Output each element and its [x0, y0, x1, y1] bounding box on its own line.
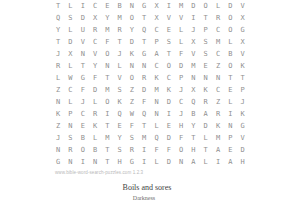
grid-cell: C	[77, 108, 89, 120]
grid-cell: N	[52, 144, 64, 156]
word-list-entry-boils-and-sores: Boils and sores	[0, 183, 294, 192]
grid-cell: S	[64, 12, 76, 24]
grid-cell: K	[113, 96, 125, 108]
grid-cell: I	[138, 156, 150, 168]
grid-cell: R	[89, 108, 101, 120]
grid-cell: A	[187, 156, 199, 168]
grid-cell: D	[224, 0, 236, 12]
grid-cell: E	[224, 144, 236, 156]
grid-cell: L	[64, 0, 76, 12]
grid-cell: V	[89, 48, 101, 60]
grid-cell: O	[126, 72, 138, 84]
grid-cell: F	[175, 48, 187, 60]
grid-cell: C	[212, 48, 224, 60]
grid-cell: K	[200, 84, 212, 96]
grid-cell: T	[52, 0, 64, 12]
grid-cell: K	[212, 120, 224, 132]
grid-cell: B	[89, 144, 101, 156]
grid-cell: K	[52, 108, 64, 120]
grid-cell: J	[236, 96, 248, 108]
grid-cell: I	[138, 144, 150, 156]
grid-cell: X	[89, 12, 101, 24]
grid-cell: H	[236, 156, 248, 168]
grid-cell: F	[175, 132, 187, 144]
grid-cell: D	[236, 144, 248, 156]
grid-cell: L	[224, 36, 236, 48]
grid-cell: Y	[101, 12, 113, 24]
grid-cell: W	[64, 72, 76, 84]
grid-cell: T	[200, 144, 212, 156]
grid-cell: L	[224, 96, 236, 108]
grid-cell: G	[138, 0, 150, 12]
grid-cell: P	[236, 84, 248, 96]
grid-cell: T	[163, 48, 175, 60]
grid-cell: Q	[150, 132, 162, 144]
grid-cell: I	[163, 0, 175, 12]
grid-cell: T	[113, 36, 125, 48]
grid-cell: S	[200, 36, 212, 48]
grid-cell: G	[77, 72, 89, 84]
grid-cell: R	[212, 108, 224, 120]
grid-cell: L	[150, 156, 162, 168]
grid-cell: N	[126, 0, 138, 12]
grid-cell: G	[236, 120, 248, 132]
grid-cell: Q	[52, 12, 64, 24]
grid-cell: V	[77, 36, 89, 48]
grid-cell: M	[101, 84, 113, 96]
grid-cell: O	[126, 12, 138, 24]
grid-cell: C	[89, 0, 101, 12]
grid-cell: O	[101, 48, 113, 60]
grid-cell: L	[89, 96, 101, 108]
grid-cell: P	[224, 132, 236, 144]
grid-cell: P	[150, 36, 162, 48]
grid-cell: K	[163, 84, 175, 96]
grid-cell: L	[175, 24, 187, 36]
grid-cell: O	[224, 12, 236, 24]
grid-cell: C	[89, 36, 101, 48]
grid-cell: V	[163, 12, 175, 24]
grid-cell: L	[52, 72, 64, 84]
grid-cell: D	[126, 36, 138, 48]
grid-cell: T	[187, 132, 199, 144]
grid-cell: T	[101, 156, 113, 168]
word-search-grid: TLICEBNGXIMDOLDVQSDXYMOTXVVITROXYLURMRYQ…	[52, 0, 249, 168]
grid-cell: E	[200, 60, 212, 72]
grid-cell: R	[212, 12, 224, 24]
grid-cell: G	[138, 48, 150, 60]
grid-cell: T	[138, 12, 150, 24]
grid-cell: R	[64, 144, 76, 156]
grid-cell: T	[138, 36, 150, 48]
grid-cell: M	[212, 36, 224, 48]
grid-cell: F	[77, 84, 89, 96]
grid-cell: M	[113, 12, 125, 24]
grid-cell: T	[101, 120, 113, 132]
grid-cell: X	[187, 84, 199, 96]
word-list-entry-darkness: Darkness	[0, 195, 288, 201]
grid-cell: S	[200, 48, 212, 60]
grid-cell: N	[150, 96, 162, 108]
grid-cell: Y	[52, 24, 64, 36]
grid-cell: R	[52, 60, 64, 72]
grid-cell: F	[138, 96, 150, 108]
grid-cell: O	[175, 144, 187, 156]
attribution-url: www.bible-word-search-puzzles.com 1.2.3	[55, 170, 143, 175]
grid-cell: X	[64, 48, 76, 60]
grid-cell: J	[175, 108, 187, 120]
grid-cell: U	[77, 24, 89, 36]
grid-cell: L	[175, 36, 187, 48]
grid-cell: C	[150, 24, 162, 36]
grid-cell: L	[212, 0, 224, 12]
grid-cell: Y	[113, 132, 125, 144]
grid-cell: N	[101, 60, 113, 72]
grid-cell: L	[113, 60, 125, 72]
grid-cell: Y	[187, 120, 199, 132]
grid-cell: E	[224, 84, 236, 96]
grid-cell: G	[126, 156, 138, 168]
grid-cell: B	[187, 108, 199, 120]
grid-cell: Y	[126, 24, 138, 36]
grid-cell: V	[187, 48, 199, 60]
grid-cell: J	[113, 48, 125, 60]
grid-cell: J	[52, 48, 64, 60]
grid-cell: M	[150, 84, 162, 96]
grid-cell: M	[187, 60, 199, 72]
grid-cell: D	[64, 36, 76, 48]
word-search-page: TLICEBNGXIMDOLDVQSDXYMOTXVVITROXYLURMRYQ…	[0, 0, 300, 210]
grid-cell: T	[224, 72, 236, 84]
grid-cell: N	[64, 156, 76, 168]
grid-cell: O	[163, 60, 175, 72]
grid-cell: Y	[89, 60, 101, 72]
grid-cell: K	[150, 72, 162, 84]
grid-cell: F	[126, 120, 138, 132]
grid-cell: Q	[138, 24, 150, 36]
grid-cell: N	[64, 120, 76, 132]
grid-cell: Z	[52, 120, 64, 132]
grid-cell: V	[113, 72, 125, 84]
grid-cell: N	[126, 60, 138, 72]
grid-cell: R	[89, 24, 101, 36]
grid-cell: F	[150, 144, 162, 156]
grid-cell: P	[175, 72, 187, 84]
grid-cell: E	[163, 120, 175, 132]
grid-cell: L	[200, 156, 212, 168]
grid-cell: B	[224, 48, 236, 60]
grid-cell: O	[101, 96, 113, 108]
grid-cell: D	[187, 0, 199, 12]
grid-cell: M	[101, 24, 113, 36]
grid-cell: M	[101, 132, 113, 144]
grid-cell: O	[77, 144, 89, 156]
grid-cell: I	[101, 108, 113, 120]
grid-cell: I	[187, 12, 199, 24]
grid-cell: Z	[126, 84, 138, 96]
grid-cell: M	[212, 132, 224, 144]
grid-cell: P	[200, 24, 212, 36]
grid-cell: V	[236, 48, 248, 60]
grid-cell: Q	[113, 108, 125, 120]
grid-cell: O	[200, 0, 212, 12]
grid-cell: L	[89, 132, 101, 144]
grid-cell: R	[138, 72, 150, 84]
grid-cell: V	[236, 132, 248, 144]
grid-cell: N	[224, 120, 236, 132]
grid-cell: H	[113, 156, 125, 168]
grid-cell: L	[200, 132, 212, 144]
grid-cell: T	[52, 36, 64, 48]
grid-cell: J	[52, 132, 64, 144]
grid-cell: L	[150, 120, 162, 132]
grid-cell: K	[236, 60, 248, 72]
grid-cell: F	[101, 36, 113, 48]
grid-cell: N	[212, 72, 224, 84]
grid-cell: D	[89, 84, 101, 96]
grid-cell: E	[163, 24, 175, 36]
grid-cell: C	[163, 72, 175, 84]
grid-cell: S	[163, 36, 175, 48]
grid-cell: A	[150, 48, 162, 60]
grid-cell: N	[175, 156, 187, 168]
grid-cell: V	[175, 12, 187, 24]
grid-cell: D	[77, 12, 89, 24]
grid-cell: X	[236, 12, 248, 24]
grid-cell: D	[163, 96, 175, 108]
grid-cell: L	[64, 24, 76, 36]
grid-cell: N	[77, 48, 89, 60]
grid-cell: V	[236, 0, 248, 12]
grid-cell: A	[200, 108, 212, 120]
grid-cell: X	[187, 36, 199, 48]
grid-cell: D	[175, 60, 187, 72]
grid-cell: Q	[187, 96, 199, 108]
grid-cell: F	[163, 144, 175, 156]
grid-cell: F	[89, 72, 101, 84]
grid-cell: H	[175, 120, 187, 132]
grid-cell: C	[150, 60, 162, 72]
grid-cell: T	[236, 72, 248, 84]
grid-cell: N	[200, 72, 212, 84]
grid-cell: D	[138, 84, 150, 96]
grid-cell: E	[113, 120, 125, 132]
grid-cell: N	[187, 72, 199, 84]
grid-cell: B	[113, 0, 125, 12]
grid-cell: L	[64, 60, 76, 72]
grid-cell: N	[138, 60, 150, 72]
grid-cell: J	[77, 96, 89, 108]
grid-cell: D	[200, 120, 212, 132]
grid-cell: T	[200, 12, 212, 24]
grid-cell: T	[101, 72, 113, 84]
grid-cell: N	[52, 96, 64, 108]
grid-cell: C	[64, 84, 76, 96]
grid-cell: T	[101, 144, 113, 156]
grid-cell: C	[212, 84, 224, 96]
grid-cell: W	[126, 108, 138, 120]
grid-cell: L	[64, 96, 76, 108]
grid-cell: K	[89, 120, 101, 132]
grid-cell: C	[175, 96, 187, 108]
grid-cell: Z	[52, 84, 64, 96]
grid-cell: D	[163, 156, 175, 168]
grid-cell: G	[52, 156, 64, 168]
grid-cell: G	[236, 24, 248, 36]
grid-cell: N	[150, 108, 162, 120]
grid-cell: I	[77, 156, 89, 168]
grid-cell: R	[126, 144, 138, 156]
grid-cell: O	[224, 60, 236, 72]
grid-cell: O	[224, 24, 236, 36]
grid-cell: S	[113, 144, 125, 156]
grid-cell: H	[187, 144, 199, 156]
grid-cell: A	[212, 144, 224, 156]
grid-cell: Z	[212, 60, 224, 72]
grid-cell: M	[138, 132, 150, 144]
grid-cell: J	[187, 24, 199, 36]
grid-cell: I	[77, 0, 89, 12]
grid-cell: N	[89, 156, 101, 168]
grid-cell: R	[113, 24, 125, 36]
grid-cell: S	[113, 84, 125, 96]
grid-cell: Z	[212, 96, 224, 108]
grid-cell: S	[126, 132, 138, 144]
grid-cell: K	[126, 48, 138, 60]
grid-cell: Q	[138, 108, 150, 120]
grid-cell: X	[150, 0, 162, 12]
grid-cell: T	[77, 60, 89, 72]
grid-cell: X	[236, 36, 248, 48]
grid-cell: X	[150, 12, 162, 24]
grid-cell: K	[236, 108, 248, 120]
grid-cell: C	[212, 24, 224, 36]
grid-cell: M	[175, 0, 187, 12]
grid-cell: I	[212, 156, 224, 168]
grid-cell: P	[64, 108, 76, 120]
grid-cell: T	[138, 120, 150, 132]
grid-cell: S	[64, 132, 76, 144]
grid-cell: B	[77, 132, 89, 144]
grid-cell: E	[101, 0, 113, 12]
grid-cell: I	[224, 108, 236, 120]
grid-cell: R	[200, 96, 212, 108]
grid-cell: I	[163, 108, 175, 120]
grid-cell: Z	[126, 96, 138, 108]
grid-cell: D	[163, 132, 175, 144]
grid-cell: J	[175, 84, 187, 96]
grid-cell: A	[224, 156, 236, 168]
grid-cell: E	[77, 120, 89, 132]
